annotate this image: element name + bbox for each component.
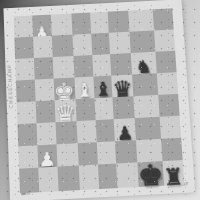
square-d2[interactable]: [77, 142, 97, 165]
square-e3[interactable]: [95, 119, 115, 142]
square-c3[interactable]: [55, 121, 77, 144]
square-c6[interactable]: [52, 56, 74, 79]
square-d5[interactable]: ♝: [74, 77, 94, 100]
square-e8[interactable]: [90, 12, 110, 34]
square-d4[interactable]: [75, 98, 95, 121]
square-e7[interactable]: [91, 33, 111, 55]
square-c8[interactable]: [50, 14, 72, 36]
board-photo: CHESSCHAMP ♟♞♚♝♝♛♛♟♟♚♜ ♛♕ BLT: [0, 0, 200, 200]
square-g1[interactable]: ♚: [137, 161, 164, 187]
board-edge-brand-text: CHESSCHAMP: [6, 64, 16, 109]
square-d7[interactable]: [72, 34, 92, 56]
square-f7[interactable]: [109, 32, 130, 54]
square-h2[interactable]: [161, 138, 183, 161]
square-b4[interactable]: [35, 100, 55, 123]
square-f8[interactable]: [108, 11, 129, 33]
square-a2[interactable]: [18, 145, 38, 168]
piece-black-king[interactable]: ♚: [137, 163, 164, 189]
square-e4[interactable]: [94, 97, 114, 120]
square-h6[interactable]: [156, 51, 177, 73]
board-grid: ♟♞♚♝♝♛♛♟♟♚♜: [14, 8, 185, 193]
square-e5[interactable]: ♝: [93, 76, 113, 99]
square-c5[interactable]: ♚: [53, 77, 75, 100]
square-h5[interactable]: [157, 72, 178, 95]
square-c1[interactable]: [57, 165, 80, 191]
square-b5[interactable]: [35, 79, 55, 102]
square-a8[interactable]: [14, 16, 33, 38]
square-a7[interactable]: [14, 37, 33, 59]
square-b1[interactable]: [38, 167, 58, 193]
square-c7[interactable]: [51, 35, 73, 57]
square-g5[interactable]: [132, 73, 159, 96]
square-h7[interactable]: [154, 29, 175, 51]
square-e2[interactable]: [96, 141, 116, 164]
square-h3[interactable]: [160, 116, 181, 139]
square-d1[interactable]: [79, 164, 99, 190]
square-f1[interactable]: [117, 162, 139, 188]
square-f3[interactable]: ♟: [114, 118, 136, 141]
square-b3[interactable]: [36, 122, 56, 145]
square-c4[interactable]: ♛: [54, 99, 76, 122]
square-f4[interactable]: [113, 96, 134, 119]
square-b8[interactable]: ♟: [32, 15, 51, 37]
square-d3[interactable]: [76, 120, 96, 143]
square-f2[interactable]: [115, 140, 137, 163]
square-e1[interactable]: [98, 163, 118, 189]
chess-board: CHESSCHAMP ♟♞♚♝♝♛♛♟♟♚♜ ♛♕ BLT: [3, 0, 195, 200]
square-b2[interactable]: ♟: [37, 144, 57, 167]
square-g3[interactable]: [134, 117, 161, 140]
square-g6[interactable]: ♞: [130, 52, 156, 75]
square-h4[interactable]: [158, 94, 179, 117]
square-e6[interactable]: [92, 54, 112, 76]
square-a3[interactable]: [17, 123, 37, 146]
square-f5[interactable]: ♛: [112, 75, 133, 98]
square-f6[interactable]: [110, 53, 131, 76]
square-a5[interactable]: [16, 80, 36, 103]
square-b7[interactable]: [33, 36, 52, 58]
square-g7[interactable]: [129, 30, 155, 53]
square-a6[interactable]: [15, 58, 34, 80]
square-c2[interactable]: [56, 143, 78, 166]
piece-black-rook[interactable]: ♜: [163, 167, 184, 187]
square-a1[interactable]: [19, 168, 39, 194]
square-a4[interactable]: [17, 101, 37, 124]
square-d8[interactable]: [71, 13, 91, 35]
square-h1[interactable]: ♜: [163, 160, 185, 186]
square-b6[interactable]: [34, 57, 54, 79]
square-d6[interactable]: [73, 55, 93, 77]
square-g8[interactable]: [128, 9, 154, 31]
square-h8[interactable]: [153, 8, 174, 30]
square-g4[interactable]: [133, 95, 160, 118]
